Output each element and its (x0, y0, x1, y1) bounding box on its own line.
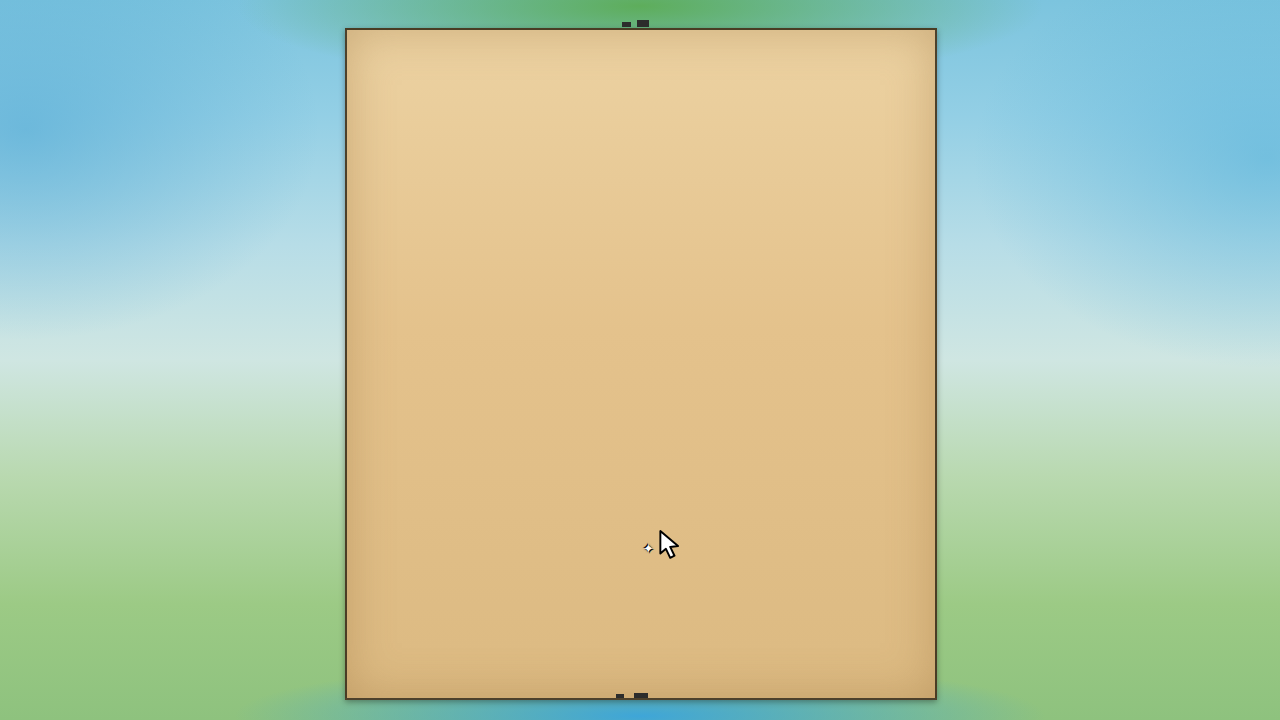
click-sparkle-icon: ✦ (643, 541, 654, 556)
cropped-ui-artifact-top (622, 22, 631, 27)
xiangqi-board[interactable] (345, 28, 937, 700)
board-grid (347, 30, 939, 702)
mouse-cursor-icon (657, 530, 683, 560)
cropped-ui-artifact-bottom (616, 694, 624, 698)
cropped-ui-artifact-top (637, 20, 649, 27)
cropped-ui-artifact-bottom (634, 693, 648, 698)
